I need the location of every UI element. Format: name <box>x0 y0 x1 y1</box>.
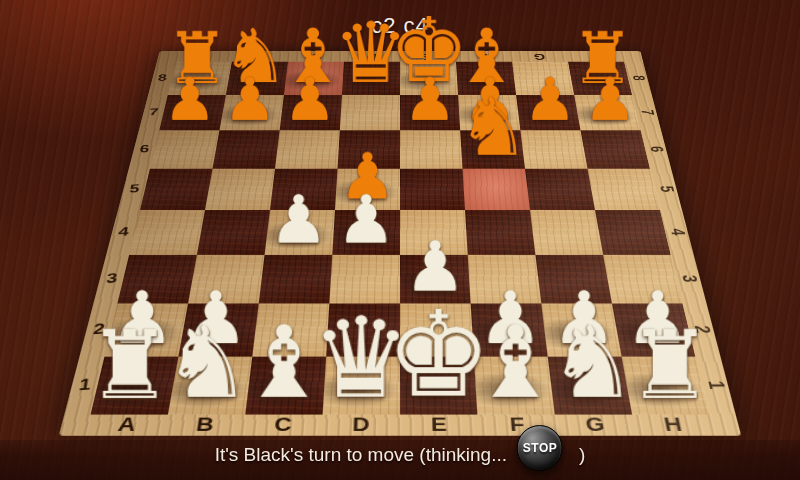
square-h8[interactable] <box>568 62 632 95</box>
file-label-H: H <box>632 413 715 436</box>
status-line: It's Black's turn to move (thinking... S… <box>215 432 586 478</box>
square-e8[interactable] <box>400 62 458 95</box>
square-h6[interactable] <box>581 130 650 168</box>
square-g5[interactable] <box>525 169 595 210</box>
square-e6[interactable] <box>400 130 462 168</box>
square-h5[interactable] <box>587 169 660 210</box>
square-g8[interactable] <box>512 62 574 95</box>
square-a8[interactable] <box>168 62 232 95</box>
file-label-A: A <box>85 413 168 436</box>
square-c8[interactable] <box>284 62 344 95</box>
piece-cell-h1: ♜ <box>622 357 710 415</box>
square-c7[interactable] <box>280 95 342 131</box>
square-e7[interactable] <box>400 95 460 131</box>
square-d8[interactable] <box>342 62 400 95</box>
square-g7[interactable] <box>516 95 580 131</box>
piece-cell-a1: ♜ <box>90 357 178 415</box>
piece-white-rook-h1[interactable]: ♜ <box>596 321 744 411</box>
square-d7[interactable] <box>340 95 400 131</box>
stop-button[interactable]: STOP <box>517 425 563 471</box>
chess-3d-scene: c2 c4 ABCDEFGH ABCDEFGH 87654321 8765432… <box>0 0 800 480</box>
square-d6[interactable] <box>338 130 400 168</box>
square-b7[interactable] <box>219 95 283 131</box>
status-text: It's Black's turn to move (thinking... <box>215 444 507 466</box>
square-g6[interactable] <box>520 130 587 168</box>
chess-board: ABCDEFGH ABCDEFGH 87654321 87654321 ♜♞♝♛… <box>59 51 741 436</box>
status-text-close-paren: ) <box>579 444 585 466</box>
square-f7[interactable] <box>458 95 520 131</box>
square-b6[interactable] <box>213 130 280 168</box>
square-a7[interactable] <box>159 95 226 131</box>
square-h7[interactable] <box>574 95 641 131</box>
square-b8[interactable] <box>226 62 288 95</box>
square-f8[interactable] <box>456 62 516 95</box>
square-a6[interactable] <box>150 130 219 168</box>
piece-white-rook-a1[interactable]: ♜ <box>56 321 204 411</box>
piece-white-queen-d1[interactable]: ♛ <box>287 305 435 411</box>
status-bar: It's Black's turn to move (thinking... S… <box>0 440 800 480</box>
square-a5[interactable] <box>140 169 213 210</box>
square-f5[interactable] <box>462 169 530 210</box>
square-c6[interactable] <box>275 130 340 168</box>
square-f6[interactable] <box>460 130 525 168</box>
piece-cell-d1: ♛ <box>323 357 400 415</box>
